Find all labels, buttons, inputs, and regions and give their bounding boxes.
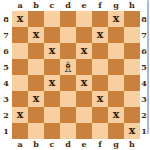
square-c6[interactable]: x [44, 43, 60, 59]
bottom-file-label-c: c [44, 139, 60, 150]
square-g6[interactable] [108, 43, 124, 59]
top-file-label-g: g [108, 0, 124, 11]
page-edge-divider [147, 0, 149, 134]
square-f4[interactable] [92, 75, 108, 91]
move-mark-icon: x [113, 107, 120, 123]
bottom-file-label-e: e [76, 139, 92, 150]
bottom-file-label-h: h [124, 139, 140, 150]
chess-board: xxxxxx♗xxxxxxx [12, 11, 140, 139]
square-f7[interactable]: x [92, 27, 108, 43]
top-file-label-d: d [60, 0, 76, 11]
left-rank-label-2: 2 [0, 107, 12, 123]
top-file-label-f: f [92, 0, 108, 11]
square-e8[interactable] [76, 11, 92, 27]
move-mark-icon: x [17, 107, 24, 123]
square-g8[interactable]: x [108, 11, 124, 27]
move-mark-icon: x [97, 27, 104, 43]
square-g5[interactable] [108, 59, 124, 75]
square-g1[interactable] [108, 123, 124, 139]
move-mark-icon: x [49, 43, 56, 59]
square-f8[interactable] [92, 11, 108, 27]
left-rank-label-8: 8 [0, 11, 12, 27]
bottom-file-label-g: g [108, 139, 124, 150]
move-mark-icon: x [81, 75, 88, 91]
square-d2[interactable] [60, 107, 76, 123]
move-mark-icon: x [33, 27, 40, 43]
square-b4[interactable] [28, 75, 44, 91]
square-e6[interactable]: x [76, 43, 92, 59]
square-e4[interactable]: x [76, 75, 92, 91]
left-rank-label-5: 5 [0, 59, 12, 75]
square-b3[interactable]: x [28, 91, 44, 107]
white-bishop-icon: ♗ [62, 59, 75, 75]
top-file-label-h: h [124, 0, 140, 11]
square-d6[interactable] [60, 43, 76, 59]
top-file-label-c: c [44, 0, 60, 11]
square-b8[interactable] [28, 11, 44, 27]
move-mark-icon: x [33, 91, 40, 107]
move-mark-icon: x [17, 11, 24, 27]
square-e1[interactable] [76, 123, 92, 139]
square-d4[interactable] [60, 75, 76, 91]
square-a8[interactable]: x [12, 11, 28, 27]
square-a6[interactable] [12, 43, 28, 59]
top-file-label-e: e [76, 0, 92, 11]
square-f2[interactable] [92, 107, 108, 123]
square-d8[interactable] [60, 11, 76, 27]
left-rank-label-1: 1 [0, 123, 12, 139]
bottom-file-label-f: f [92, 139, 108, 150]
chess-diagram: xxxxxx♗xxxxxxx abcdefghabcdefgh876543218… [0, 0, 150, 150]
square-f1[interactable] [92, 123, 108, 139]
square-g2[interactable]: x [108, 107, 124, 123]
bottom-file-label-b: b [28, 139, 44, 150]
move-mark-icon: x [49, 75, 56, 91]
square-d3[interactable] [60, 91, 76, 107]
square-f3[interactable]: x [92, 91, 108, 107]
bottom-file-label-d: d [60, 139, 76, 150]
square-f5[interactable] [92, 59, 108, 75]
move-mark-icon: x [129, 123, 136, 139]
move-mark-icon: x [97, 91, 104, 107]
left-rank-label-3: 3 [0, 91, 12, 107]
square-c3[interactable] [44, 91, 60, 107]
square-b1[interactable] [28, 123, 44, 139]
square-g4[interactable] [108, 75, 124, 91]
square-a4[interactable] [12, 75, 28, 91]
square-e2[interactable] [76, 107, 92, 123]
square-a7[interactable] [12, 27, 28, 43]
bottom-file-label-a: a [12, 139, 28, 150]
square-a1[interactable] [12, 123, 28, 139]
square-e3[interactable] [76, 91, 92, 107]
square-g7[interactable] [108, 27, 124, 43]
square-c5[interactable] [44, 59, 60, 75]
top-file-label-a: a [12, 0, 28, 11]
square-f6[interactable] [92, 43, 108, 59]
left-rank-label-7: 7 [0, 27, 12, 43]
left-rank-label-6: 6 [0, 43, 12, 59]
square-g3[interactable] [108, 91, 124, 107]
square-d1[interactable] [60, 123, 76, 139]
square-c2[interactable] [44, 107, 60, 123]
square-c1[interactable] [44, 123, 60, 139]
square-a2[interactable]: x [12, 107, 28, 123]
square-b7[interactable]: x [28, 27, 44, 43]
move-mark-icon: x [81, 43, 88, 59]
square-a5[interactable] [12, 59, 28, 75]
square-d5[interactable]: ♗ [60, 59, 76, 75]
square-c4[interactable]: x [44, 75, 60, 91]
square-e7[interactable] [76, 27, 92, 43]
square-e5[interactable] [76, 59, 92, 75]
square-b2[interactable] [28, 107, 44, 123]
square-b6[interactable] [28, 43, 44, 59]
square-b5[interactable] [28, 59, 44, 75]
square-c7[interactable] [44, 27, 60, 43]
top-file-label-b: b [28, 0, 44, 11]
square-c8[interactable] [44, 11, 60, 27]
square-a3[interactable] [12, 91, 28, 107]
square-d7[interactable] [60, 27, 76, 43]
left-rank-label-4: 4 [0, 75, 12, 91]
move-mark-icon: x [113, 11, 120, 27]
